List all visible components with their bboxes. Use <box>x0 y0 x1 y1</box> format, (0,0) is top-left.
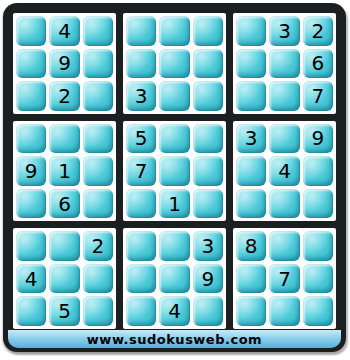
sudoku-cell-r6c9[interactable] <box>303 189 333 219</box>
sudoku-cell-r1c2[interactable]: 4 <box>49 16 79 46</box>
sudoku-cell-r1c5[interactable] <box>159 16 189 46</box>
sudoku-cell-r5c5[interactable] <box>159 156 189 186</box>
sudoku-box: 916 <box>13 121 116 222</box>
sudoku-cell-r5c2[interactable]: 1 <box>49 156 79 186</box>
sudoku-cell-r9c7[interactable] <box>236 296 266 326</box>
sudoku-cell-r6c3[interactable] <box>83 189 113 219</box>
sudoku-cell-r5c9[interactable] <box>303 156 333 186</box>
sudoku-cell-r7c4[interactable] <box>126 231 156 261</box>
sudoku-cell-r8c2[interactable] <box>49 264 79 294</box>
sudoku-cell-r1c8[interactable]: 3 <box>269 16 299 46</box>
sudoku-cell-r4c6[interactable] <box>193 124 223 154</box>
sudoku-cell-r3c7[interactable] <box>236 81 266 111</box>
sudoku-cell-r9c2[interactable]: 5 <box>49 296 79 326</box>
sudoku-cell-r7c8[interactable] <box>269 231 299 261</box>
sudoku-cell-r1c1[interactable] <box>16 16 46 46</box>
sudoku-cell-r9c6[interactable] <box>193 296 223 326</box>
sudoku-cell-r6c2[interactable]: 6 <box>49 189 79 219</box>
sudoku-box: 492 <box>13 13 116 114</box>
sudoku-grid: 4923326791657139424539487 <box>13 13 336 329</box>
sudoku-cell-r6c1[interactable] <box>16 189 46 219</box>
sudoku-cell-r6c6[interactable] <box>193 189 223 219</box>
sudoku-cell-r9c8[interactable] <box>269 296 299 326</box>
sudoku-cell-r8c9[interactable] <box>303 264 333 294</box>
sudoku-cell-r7c2[interactable] <box>49 231 79 261</box>
footer-band: www.sudokusweb.com <box>8 330 341 348</box>
sudoku-cell-r2c4[interactable] <box>126 49 156 79</box>
sudoku-cell-r6c8[interactable] <box>269 189 299 219</box>
sudoku-cell-r1c9[interactable]: 2 <box>303 16 333 46</box>
sudoku-cell-r4c9[interactable]: 9 <box>303 124 333 154</box>
sudoku-cell-r2c8[interactable] <box>269 49 299 79</box>
sudoku-cell-r3c5[interactable] <box>159 81 189 111</box>
sudoku-cell-r7c1[interactable] <box>16 231 46 261</box>
sudoku-cell-r3c1[interactable] <box>16 81 46 111</box>
sudoku-box: 3267 <box>233 13 336 114</box>
sudoku-cell-r2c7[interactable] <box>236 49 266 79</box>
sudoku-cell-r6c4[interactable] <box>126 189 156 219</box>
sudoku-cell-r7c7[interactable]: 8 <box>236 231 266 261</box>
sudoku-cell-r8c5[interactable] <box>159 264 189 294</box>
sudoku-cell-r1c7[interactable] <box>236 16 266 46</box>
sudoku-cell-r7c6[interactable]: 3 <box>193 231 223 261</box>
sudoku-box: 87 <box>233 228 336 329</box>
sudoku-cell-r3c2[interactable]: 2 <box>49 81 79 111</box>
sudoku-cell-r3c8[interactable] <box>269 81 299 111</box>
sudoku-box: 394 <box>123 228 226 329</box>
sudoku-cell-r2c2[interactable]: 9 <box>49 49 79 79</box>
sudoku-cell-r9c4[interactable] <box>126 296 156 326</box>
sudoku-cell-r7c9[interactable] <box>303 231 333 261</box>
sudoku-cell-r5c7[interactable] <box>236 156 266 186</box>
sudoku-board: 4923326791657139424539487 www.sudokusweb… <box>3 3 346 352</box>
sudoku-cell-r4c4[interactable]: 5 <box>126 124 156 154</box>
sudoku-cell-r9c1[interactable] <box>16 296 46 326</box>
sudoku-cell-r1c3[interactable] <box>83 16 113 46</box>
sudoku-cell-r4c7[interactable]: 3 <box>236 124 266 154</box>
sudoku-cell-r7c3[interactable]: 2 <box>83 231 113 261</box>
sudoku-cell-r4c8[interactable] <box>269 124 299 154</box>
sudoku-cell-r4c1[interactable] <box>16 124 46 154</box>
sudoku-cell-r5c8[interactable]: 4 <box>269 156 299 186</box>
sudoku-cell-r9c3[interactable] <box>83 296 113 326</box>
sudoku-cell-r2c5[interactable] <box>159 49 189 79</box>
sudoku-cell-r5c1[interactable]: 9 <box>16 156 46 186</box>
sudoku-cell-r7c5[interactable] <box>159 231 189 261</box>
sudoku-cell-r1c4[interactable] <box>126 16 156 46</box>
sudoku-cell-r4c2[interactable] <box>49 124 79 154</box>
sudoku-cell-r5c4[interactable]: 7 <box>126 156 156 186</box>
sudoku-box: 571 <box>123 121 226 222</box>
sudoku-cell-r6c5[interactable]: 1 <box>159 189 189 219</box>
sudoku-cell-r6c7[interactable] <box>236 189 266 219</box>
sudoku-cell-r3c9[interactable]: 7 <box>303 81 333 111</box>
sudoku-cell-r4c3[interactable] <box>83 124 113 154</box>
sudoku-cell-r1c6[interactable] <box>193 16 223 46</box>
sudoku-box: 3 <box>123 13 226 114</box>
sudoku-cell-r2c9[interactable]: 6 <box>303 49 333 79</box>
sudoku-box: 394 <box>233 121 336 222</box>
sudoku-cell-r9c5[interactable]: 4 <box>159 296 189 326</box>
sudoku-cell-r3c4[interactable]: 3 <box>126 81 156 111</box>
site-url: www.sudokusweb.com <box>87 332 262 347</box>
sudoku-cell-r8c1[interactable]: 4 <box>16 264 46 294</box>
sudoku-cell-r9c9[interactable] <box>303 296 333 326</box>
sudoku-cell-r5c6[interactable] <box>193 156 223 186</box>
sudoku-cell-r2c6[interactable] <box>193 49 223 79</box>
sudoku-cell-r2c1[interactable] <box>16 49 46 79</box>
sudoku-cell-r3c6[interactable] <box>193 81 223 111</box>
sudoku-cell-r3c3[interactable] <box>83 81 113 111</box>
sudoku-box: 245 <box>13 228 116 329</box>
sudoku-cell-r8c4[interactable] <box>126 264 156 294</box>
sudoku-cell-r4c5[interactable] <box>159 124 189 154</box>
sudoku-cell-r8c3[interactable] <box>83 264 113 294</box>
sudoku-cell-r8c8[interactable]: 7 <box>269 264 299 294</box>
sudoku-cell-r8c7[interactable] <box>236 264 266 294</box>
sudoku-cell-r2c3[interactable] <box>83 49 113 79</box>
sudoku-cell-r8c6[interactable]: 9 <box>193 264 223 294</box>
sudoku-cell-r5c3[interactable] <box>83 156 113 186</box>
